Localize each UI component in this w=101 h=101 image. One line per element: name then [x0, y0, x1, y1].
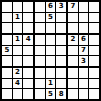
cell-r2c3-empty[interactable]: [23, 13, 33, 23]
cell-r8c2-given[interactable]: 4: [13, 79, 23, 89]
cell-r6c5-empty[interactable]: [46, 56, 56, 66]
cell-r2c7-empty[interactable]: [68, 13, 78, 23]
cell-r8c4-empty[interactable]: [35, 79, 45, 89]
cell-r5c6-empty[interactable]: [56, 46, 66, 56]
cell-r2c6-empty[interactable]: [56, 13, 66, 23]
cell-r2c1-empty[interactable]: [2, 13, 12, 23]
cell-r4c3-given[interactable]: 4: [23, 35, 33, 45]
cell-r5c7-empty[interactable]: [68, 46, 78, 56]
sudoku-board: 16357145267324158: [0, 0, 101, 101]
cell-r3c9-empty[interactable]: [89, 23, 99, 33]
cell-r4c4-empty[interactable]: [35, 35, 45, 45]
cell-r1c5-given[interactable]: 6: [46, 2, 56, 12]
cell-r7c4-empty[interactable]: [35, 68, 45, 78]
cell-r6c6-empty[interactable]: [56, 56, 66, 66]
box-6: 2673: [68, 35, 99, 66]
cell-r6c7-empty[interactable]: [68, 56, 78, 66]
cell-r3c2-empty[interactable]: [13, 23, 23, 33]
cell-r1c1-empty[interactable]: [2, 2, 12, 12]
cell-r1c4-empty[interactable]: [35, 2, 45, 12]
cell-r8c9-empty[interactable]: [89, 79, 99, 89]
cell-r9c8-given[interactable]: [79, 89, 89, 99]
cell-r9c9-given[interactable]: [89, 89, 99, 99]
cell-r4c6-empty[interactable]: [56, 35, 66, 45]
cell-r6c9-empty[interactable]: [89, 56, 99, 66]
cell-r8c5-given[interactable]: 1: [46, 79, 56, 89]
cell-r3c5-empty[interactable]: [46, 23, 56, 33]
cell-r5c1-given[interactable]: 5: [2, 46, 12, 56]
cell-r2c4-empty[interactable]: [35, 13, 45, 23]
box-8: 158: [35, 68, 66, 99]
cell-r8c7-empty[interactable]: [68, 79, 78, 89]
cell-r4c2-given[interactable]: 1: [13, 35, 23, 45]
box-9: [68, 68, 99, 99]
cell-r6c2-empty[interactable]: [13, 56, 23, 66]
cell-r3c3-empty[interactable]: [23, 23, 33, 33]
cell-r7c5-empty[interactable]: [46, 68, 56, 78]
cell-r5c2-empty[interactable]: [13, 46, 23, 56]
cell-r4c8-given[interactable]: 6: [79, 35, 89, 45]
cell-r1c2-empty[interactable]: [13, 2, 23, 12]
cell-r5c3-empty[interactable]: [23, 46, 33, 56]
cell-r3c4-empty[interactable]: [35, 23, 45, 33]
cell-r3c1-empty[interactable]: [2, 23, 12, 33]
cell-r8c6-empty[interactable]: [56, 79, 66, 89]
cell-r2c8-empty[interactable]: [79, 13, 89, 23]
cell-r9c3-empty[interactable]: [23, 89, 33, 99]
cell-r4c7-given[interactable]: 2: [68, 35, 78, 45]
cell-r9c5-given[interactable]: 5: [46, 89, 56, 99]
cell-r9c4-empty[interactable]: [35, 89, 45, 99]
cell-r2c5-given[interactable]: 5: [46, 13, 56, 23]
box-3: 7: [68, 2, 99, 33]
box-5: [35, 35, 66, 66]
cell-r8c3-empty[interactable]: [23, 79, 33, 89]
cell-r3c6-empty[interactable]: [56, 23, 66, 33]
cell-r6c1-empty[interactable]: [2, 56, 12, 66]
cell-r4c9-empty[interactable]: [89, 35, 99, 45]
box-1: 1: [2, 2, 33, 33]
cell-r5c5-empty[interactable]: [46, 46, 56, 56]
cell-r1c6-given[interactable]: 3: [56, 2, 66, 12]
cell-r7c2-given[interactable]: 2: [13, 68, 23, 78]
cell-r6c8-given[interactable]: 3: [79, 56, 89, 66]
cell-r9c1-empty[interactable]: [2, 89, 12, 99]
cell-r1c3-empty[interactable]: [23, 2, 33, 12]
cell-r1c7-given[interactable]: 7: [68, 2, 78, 12]
box-2: 635: [35, 2, 66, 33]
cell-r5c8-given[interactable]: 7: [79, 46, 89, 56]
cell-r1c9-empty[interactable]: [89, 2, 99, 12]
cell-r2c2-given[interactable]: 1: [13, 13, 23, 23]
cell-r6c4-empty[interactable]: [35, 56, 45, 66]
cell-r6c3-empty[interactable]: [23, 56, 33, 66]
cell-r7c9-empty[interactable]: [89, 68, 99, 78]
cell-r9c7-empty[interactable]: [68, 89, 78, 99]
cell-r7c6-empty[interactable]: [56, 68, 66, 78]
cell-r7c1-empty[interactable]: [2, 68, 12, 78]
cell-r9c6-given[interactable]: 8: [56, 89, 66, 99]
cell-r7c3-empty[interactable]: [23, 68, 33, 78]
cell-r4c1-empty[interactable]: [2, 35, 12, 45]
cell-r3c7-empty[interactable]: [68, 23, 78, 33]
cell-r7c7-empty[interactable]: [68, 68, 78, 78]
cell-r3c8-empty[interactable]: [79, 23, 89, 33]
cell-r9c2-empty[interactable]: [13, 89, 23, 99]
cell-r5c9-empty[interactable]: [89, 46, 99, 56]
box-7: 24: [2, 68, 33, 99]
cell-r5c4-empty[interactable]: [35, 46, 45, 56]
cell-r1c8-empty[interactable]: [79, 2, 89, 12]
cell-r4c5-empty[interactable]: [46, 35, 56, 45]
cell-r8c8-empty[interactable]: [79, 79, 89, 89]
cell-r7c8-empty[interactable]: [79, 68, 89, 78]
cell-r2c9-empty[interactable]: [89, 13, 99, 23]
cell-r8c1-empty[interactable]: [2, 79, 12, 89]
box-4: 145: [2, 35, 33, 66]
